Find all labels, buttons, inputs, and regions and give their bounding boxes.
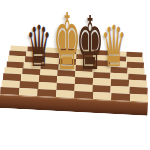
chess-board bbox=[0, 45, 150, 116]
square-e1 bbox=[74, 91, 93, 99]
square-c1 bbox=[37, 89, 56, 97]
square-g1 bbox=[111, 92, 130, 100]
square-b1 bbox=[19, 88, 38, 96]
board-squares bbox=[0, 45, 150, 102]
square-f1 bbox=[93, 92, 112, 100]
square-d1 bbox=[56, 90, 75, 98]
square-h1 bbox=[130, 93, 149, 101]
chess-board-photo: ♛ ♚ ♚ ♛ bbox=[0, 0, 150, 150]
square-a1 bbox=[0, 87, 19, 95]
